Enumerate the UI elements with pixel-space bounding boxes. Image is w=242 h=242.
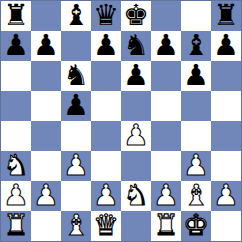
- chess-board: ♜♝♛♚♜♟♟♟♞♟♝♟♞♟♟♟♟♞♟♟♟♟♟♞♟♝♟♜♝♛♜♚: [0, 0, 242, 242]
- square-b1[interactable]: [31, 211, 61, 241]
- square-h1[interactable]: [211, 211, 241, 241]
- white-pawn-piece[interactable]: ♟: [33, 181, 59, 210]
- white-queen-piece[interactable]: ♛: [93, 211, 119, 240]
- square-e4[interactable]: ♟: [121, 121, 151, 151]
- square-g7[interactable]: ♝: [181, 31, 211, 61]
- square-e7[interactable]: ♞: [121, 31, 151, 61]
- black-pawn-piece[interactable]: ♟: [93, 31, 119, 60]
- square-h3[interactable]: [211, 151, 241, 181]
- black-pawn-piece[interactable]: ♟: [213, 31, 239, 60]
- square-f6[interactable]: [151, 61, 181, 91]
- square-f5[interactable]: [151, 91, 181, 121]
- square-d2[interactable]: ♟: [91, 181, 121, 211]
- white-pawn-piece[interactable]: ♟: [213, 181, 239, 210]
- square-d4[interactable]: [91, 121, 121, 151]
- square-d3[interactable]: [91, 151, 121, 181]
- square-g5[interactable]: [181, 91, 211, 121]
- square-g8[interactable]: [181, 1, 211, 31]
- square-c2[interactable]: [61, 181, 91, 211]
- black-rook-piece[interactable]: ♜: [3, 1, 29, 30]
- square-b3[interactable]: [31, 151, 61, 181]
- square-a5[interactable]: [1, 91, 31, 121]
- square-e3[interactable]: [121, 151, 151, 181]
- square-d1[interactable]: ♛: [91, 211, 121, 241]
- square-h4[interactable]: [211, 121, 241, 151]
- square-a4[interactable]: [1, 121, 31, 151]
- square-c8[interactable]: ♝: [61, 1, 91, 31]
- square-g2[interactable]: ♝: [181, 181, 211, 211]
- square-a6[interactable]: [1, 61, 31, 91]
- white-pawn-piece[interactable]: ♟: [63, 151, 89, 180]
- black-king-piece[interactable]: ♚: [123, 1, 149, 30]
- black-pawn-piece[interactable]: ♟: [123, 61, 149, 90]
- white-rook-piece[interactable]: ♜: [3, 211, 29, 240]
- square-a7[interactable]: ♟: [1, 31, 31, 61]
- black-queen-piece[interactable]: ♛: [93, 1, 119, 30]
- square-b6[interactable]: [31, 61, 61, 91]
- white-pawn-piece[interactable]: ♟: [153, 181, 179, 210]
- square-g1[interactable]: ♚: [181, 211, 211, 241]
- square-g4[interactable]: [181, 121, 211, 151]
- square-e2[interactable]: ♞: [121, 181, 151, 211]
- black-bishop-piece[interactable]: ♝: [63, 1, 89, 30]
- white-knight-piece[interactable]: ♞: [123, 181, 149, 210]
- square-f4[interactable]: [151, 121, 181, 151]
- white-pawn-piece[interactable]: ♟: [93, 181, 119, 210]
- square-d5[interactable]: [91, 91, 121, 121]
- black-pawn-piece[interactable]: ♟: [33, 31, 59, 60]
- square-h5[interactable]: [211, 91, 241, 121]
- square-c6[interactable]: ♞: [61, 61, 91, 91]
- square-f2[interactable]: ♟: [151, 181, 181, 211]
- square-f3[interactable]: [151, 151, 181, 181]
- square-b5[interactable]: [31, 91, 61, 121]
- black-pawn-piece[interactable]: ♟: [63, 91, 89, 120]
- square-h8[interactable]: ♜: [211, 1, 241, 31]
- square-b2[interactable]: ♟: [31, 181, 61, 211]
- white-king-piece[interactable]: ♚: [183, 211, 209, 240]
- square-g3[interactable]: ♟: [181, 151, 211, 181]
- square-h7[interactable]: ♟: [211, 31, 241, 61]
- white-bishop-piece[interactable]: ♝: [183, 181, 209, 210]
- square-a2[interactable]: ♟: [1, 181, 31, 211]
- square-f8[interactable]: [151, 1, 181, 31]
- square-b8[interactable]: [31, 1, 61, 31]
- square-a8[interactable]: ♜: [1, 1, 31, 31]
- black-pawn-piece[interactable]: ♟: [153, 31, 179, 60]
- white-pawn-piece[interactable]: ♟: [123, 121, 149, 150]
- square-c7[interactable]: [61, 31, 91, 61]
- square-e5[interactable]: [121, 91, 151, 121]
- black-rook-piece[interactable]: ♜: [213, 1, 239, 30]
- square-d6[interactable]: [91, 61, 121, 91]
- black-pawn-piece[interactable]: ♟: [3, 31, 29, 60]
- black-knight-piece[interactable]: ♞: [123, 31, 149, 60]
- white-bishop-piece[interactable]: ♝: [63, 211, 89, 240]
- square-c3[interactable]: ♟: [61, 151, 91, 181]
- square-g6[interactable]: ♟: [181, 61, 211, 91]
- square-e8[interactable]: ♚: [121, 1, 151, 31]
- square-d7[interactable]: ♟: [91, 31, 121, 61]
- white-pawn-piece[interactable]: ♟: [3, 181, 29, 210]
- white-rook-piece[interactable]: ♜: [153, 211, 179, 240]
- square-b4[interactable]: [31, 121, 61, 151]
- square-e6[interactable]: ♟: [121, 61, 151, 91]
- square-f1[interactable]: ♜: [151, 211, 181, 241]
- square-e1[interactable]: [121, 211, 151, 241]
- black-pawn-piece[interactable]: ♟: [183, 61, 209, 90]
- white-pawn-piece[interactable]: ♟: [183, 151, 209, 180]
- square-a3[interactable]: ♞: [1, 151, 31, 181]
- square-c1[interactable]: ♝: [61, 211, 91, 241]
- square-b7[interactable]: ♟: [31, 31, 61, 61]
- black-knight-piece[interactable]: ♞: [63, 61, 89, 90]
- square-c4[interactable]: [61, 121, 91, 151]
- white-knight-piece[interactable]: ♞: [3, 151, 29, 180]
- square-a1[interactable]: ♜: [1, 211, 31, 241]
- black-bishop-piece[interactable]: ♝: [183, 31, 209, 60]
- square-h6[interactable]: [211, 61, 241, 91]
- square-c5[interactable]: ♟: [61, 91, 91, 121]
- square-f7[interactable]: ♟: [151, 31, 181, 61]
- square-h2[interactable]: ♟: [211, 181, 241, 211]
- square-d8[interactable]: ♛: [91, 1, 121, 31]
